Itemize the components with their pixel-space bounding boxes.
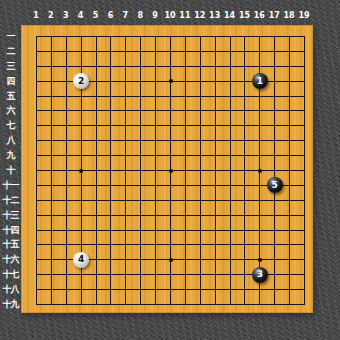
row-label-13: 十三 (0, 210, 21, 220)
grid-line-vertical (200, 36, 201, 305)
column-label-17: 17 (269, 10, 280, 22)
column-label-12: 12 (194, 10, 205, 22)
column-label-4: 4 (78, 10, 84, 22)
grid-line-vertical (230, 36, 231, 305)
row-label-3: 三 (0, 61, 21, 71)
column-label-15: 15 (239, 10, 250, 22)
row-label-4: 四 (0, 76, 21, 86)
row-label-17: 十七 (0, 269, 21, 279)
column-label-8: 8 (137, 10, 143, 22)
column-label-19: 19 (298, 10, 309, 22)
grid-line-vertical (274, 36, 275, 305)
row-label-18: 十八 (0, 284, 21, 294)
stone-black-1[interactable]: 1 (252, 73, 268, 89)
grid-line-vertical (244, 36, 245, 305)
row-label-5: 五 (0, 91, 21, 101)
star-point (169, 79, 173, 83)
column-label-18: 18 (284, 10, 295, 22)
grid-line-vertical (185, 36, 186, 305)
grid-line-horizontal (36, 200, 305, 201)
row-label-14: 十四 (0, 225, 21, 235)
row-label-1: 一 (0, 31, 21, 41)
row-label-12: 十二 (0, 195, 21, 205)
star-point (169, 258, 173, 262)
grid-line-vertical (289, 36, 290, 305)
stone-white-4[interactable]: 4 (73, 252, 89, 268)
column-label-7: 7 (123, 10, 129, 22)
grid-line-vertical (304, 36, 305, 305)
column-label-16: 16 (254, 10, 265, 22)
column-label-14: 14 (224, 10, 235, 22)
row-label-15: 十五 (0, 239, 21, 249)
row-label-10: 十 (0, 165, 21, 175)
column-label-1: 1 (33, 10, 39, 22)
stone-black-5[interactable]: 5 (267, 177, 283, 193)
grid-line-horizontal (36, 304, 305, 305)
column-label-11: 11 (179, 10, 190, 22)
column-label-5: 5 (93, 10, 99, 22)
stone-white-2[interactable]: 2 (73, 73, 89, 89)
stone-black-3[interactable]: 3 (252, 267, 268, 283)
go-diagram-scene: 12345678910111213141516171819 一二三四五六七八九十… (0, 0, 340, 340)
grid-line-horizontal (36, 244, 305, 245)
column-label-13: 13 (209, 10, 220, 22)
column-label-9: 9 (152, 10, 158, 22)
column-label-6: 6 (108, 10, 114, 22)
row-label-9: 九 (0, 150, 21, 160)
row-label-16: 十六 (0, 254, 21, 264)
star-point (258, 258, 262, 262)
row-label-19: 十九 (0, 299, 21, 309)
column-label-10: 10 (164, 10, 175, 22)
grid-line-horizontal (36, 215, 305, 216)
grid-line-vertical (215, 36, 216, 305)
row-label-8: 八 (0, 135, 21, 145)
grid-line-horizontal (36, 289, 305, 290)
column-label-3: 3 (63, 10, 69, 22)
grid-line-horizontal (36, 230, 305, 231)
row-label-6: 六 (0, 105, 21, 115)
row-label-7: 七 (0, 120, 21, 130)
star-point (169, 169, 173, 173)
star-point (258, 169, 262, 173)
go-board[interactable]: 12345 (21, 25, 313, 313)
grid-line-horizontal (36, 185, 305, 186)
row-label-2: 二 (0, 46, 21, 56)
row-label-11: 十一 (0, 180, 21, 190)
column-label-2: 2 (48, 10, 54, 22)
star-point (79, 169, 83, 173)
